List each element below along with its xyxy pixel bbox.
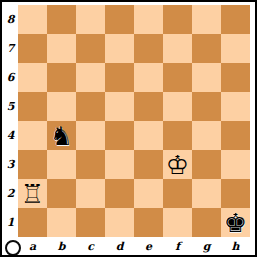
square-h5[interactable] (221, 92, 250, 121)
square-e1[interactable] (134, 208, 163, 237)
square-h6[interactable] (221, 63, 250, 92)
square-c8[interactable] (76, 5, 105, 34)
square-g3[interactable] (192, 150, 221, 179)
square-e2[interactable] (134, 179, 163, 208)
rank-label-7: 7 (4, 34, 17, 63)
square-e3[interactable] (134, 150, 163, 179)
rank-label-6: 6 (4, 63, 17, 92)
square-f1[interactable] (163, 208, 192, 237)
rank-label-5: 5 (4, 92, 17, 121)
square-d5[interactable] (105, 92, 134, 121)
square-e5[interactable] (134, 92, 163, 121)
square-a3[interactable] (18, 150, 47, 179)
file-label-a: a (18, 238, 47, 255)
square-b8[interactable] (47, 5, 76, 34)
piece-white-king[interactable]: ♔ (163, 150, 192, 179)
square-f2[interactable] (163, 179, 192, 208)
file-labels: abcdefgh (18, 238, 250, 255)
chess-diagram: 87654321 ♞♔♖♚ abcdefgh (0, 0, 257, 257)
square-h4[interactable] (221, 121, 250, 150)
square-g4[interactable] (192, 121, 221, 150)
square-e7[interactable] (134, 34, 163, 63)
file-label-e: e (134, 238, 163, 255)
square-g2[interactable] (192, 179, 221, 208)
square-d2[interactable] (105, 179, 134, 208)
square-b6[interactable] (47, 63, 76, 92)
square-g5[interactable] (192, 92, 221, 121)
square-d3[interactable] (105, 150, 134, 179)
square-h2[interactable] (221, 179, 250, 208)
square-h1[interactable]: ♚ (221, 208, 250, 237)
rank-label-2: 2 (4, 179, 17, 208)
square-f5[interactable] (163, 92, 192, 121)
square-g7[interactable] (192, 34, 221, 63)
square-a7[interactable] (18, 34, 47, 63)
square-d1[interactable] (105, 208, 134, 237)
square-h7[interactable] (221, 34, 250, 63)
square-a5[interactable] (18, 92, 47, 121)
square-f7[interactable] (163, 34, 192, 63)
square-c4[interactable] (76, 121, 105, 150)
square-f3[interactable]: ♔ (163, 150, 192, 179)
square-f4[interactable] (163, 121, 192, 150)
square-g6[interactable] (192, 63, 221, 92)
square-c5[interactable] (76, 92, 105, 121)
square-c7[interactable] (76, 34, 105, 63)
square-a4[interactable] (18, 121, 47, 150)
rank-label-8: 8 (4, 5, 17, 34)
square-h3[interactable] (221, 150, 250, 179)
square-a1[interactable] (18, 208, 47, 237)
square-h8[interactable] (221, 5, 250, 34)
file-label-h: h (221, 238, 250, 255)
square-f6[interactable] (163, 63, 192, 92)
rank-label-4: 4 (4, 121, 17, 150)
square-c1[interactable] (76, 208, 105, 237)
rank-labels: 87654321 (4, 5, 17, 237)
square-d7[interactable] (105, 34, 134, 63)
file-label-d: d (105, 238, 134, 255)
square-d4[interactable] (105, 121, 134, 150)
square-e6[interactable] (134, 63, 163, 92)
rank-label-1: 1 (4, 208, 17, 237)
piece-black-knight[interactable]: ♞ (47, 121, 76, 150)
square-c3[interactable] (76, 150, 105, 179)
file-label-b: b (47, 238, 76, 255)
square-g8[interactable] (192, 5, 221, 34)
square-b5[interactable] (47, 92, 76, 121)
square-c2[interactable] (76, 179, 105, 208)
square-b1[interactable] (47, 208, 76, 237)
piece-black-king[interactable]: ♚ (221, 208, 250, 237)
square-e8[interactable] (134, 5, 163, 34)
square-b2[interactable] (47, 179, 76, 208)
rank-label-3: 3 (4, 150, 17, 179)
file-label-c: c (76, 238, 105, 255)
file-label-f: f (163, 238, 192, 255)
square-d6[interactable] (105, 63, 134, 92)
file-label-g: g (192, 238, 221, 255)
square-a8[interactable] (18, 5, 47, 34)
square-a6[interactable] (18, 63, 47, 92)
square-e4[interactable] (134, 121, 163, 150)
square-g1[interactable] (192, 208, 221, 237)
square-b3[interactable] (47, 150, 76, 179)
square-b4[interactable]: ♞ (47, 121, 76, 150)
piece-white-rook[interactable]: ♖ (18, 179, 47, 208)
white-to-move-indicator (5, 240, 21, 256)
square-f8[interactable] (163, 5, 192, 34)
square-d8[interactable] (105, 5, 134, 34)
square-a2[interactable]: ♖ (18, 179, 47, 208)
square-b7[interactable] (47, 34, 76, 63)
chess-board: ♞♔♖♚ (18, 5, 250, 237)
square-c6[interactable] (76, 63, 105, 92)
